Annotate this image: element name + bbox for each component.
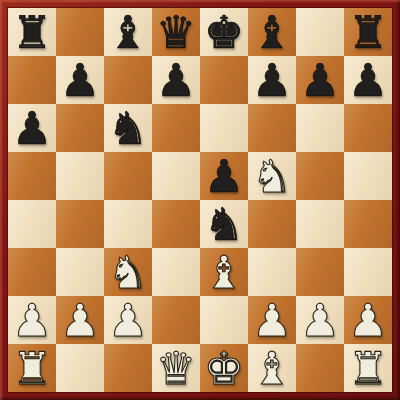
piece-black-pawn[interactable]: ♟	[252, 58, 292, 103]
square-h6[interactable]	[344, 104, 392, 152]
square-h2[interactable]: ♟	[344, 296, 392, 344]
square-b1[interactable]	[56, 344, 104, 392]
square-g4[interactable]	[296, 200, 344, 248]
square-e5[interactable]: ♟	[200, 152, 248, 200]
piece-white-knight[interactable]: ♞	[252, 154, 292, 199]
square-b2[interactable]: ♟	[56, 296, 104, 344]
square-a8[interactable]: ♜	[8, 8, 56, 56]
square-c3[interactable]: ♞	[104, 248, 152, 296]
square-e4[interactable]: ♞	[200, 200, 248, 248]
square-e6[interactable]	[200, 104, 248, 152]
piece-white-bishop[interactable]: ♝	[204, 250, 244, 295]
square-d1[interactable]: ♛	[152, 344, 200, 392]
square-c5[interactable]	[104, 152, 152, 200]
square-f2[interactable]: ♟	[248, 296, 296, 344]
square-f7[interactable]: ♟	[248, 56, 296, 104]
piece-white-pawn[interactable]: ♟	[300, 298, 340, 343]
piece-black-pawn[interactable]: ♟	[60, 58, 100, 103]
square-b7[interactable]: ♟	[56, 56, 104, 104]
square-d5[interactable]	[152, 152, 200, 200]
piece-white-rook[interactable]: ♜	[12, 346, 52, 391]
square-h5[interactable]	[344, 152, 392, 200]
square-b4[interactable]	[56, 200, 104, 248]
piece-white-knight[interactable]: ♞	[108, 250, 148, 295]
piece-white-pawn[interactable]: ♟	[12, 298, 52, 343]
square-d4[interactable]	[152, 200, 200, 248]
piece-white-king[interactable]: ♚	[204, 346, 244, 391]
square-a7[interactable]	[8, 56, 56, 104]
square-d2[interactable]	[152, 296, 200, 344]
square-g6[interactable]	[296, 104, 344, 152]
square-e3[interactable]: ♝	[200, 248, 248, 296]
piece-black-rook[interactable]: ♜	[348, 10, 388, 55]
piece-black-knight[interactable]: ♞	[204, 202, 244, 247]
square-c4[interactable]	[104, 200, 152, 248]
square-c6[interactable]: ♞	[104, 104, 152, 152]
piece-black-pawn[interactable]: ♟	[204, 154, 244, 199]
piece-black-bishop[interactable]: ♝	[108, 10, 148, 55]
chess-board: ♜♝♛♚♝♜♟♟♟♟♟♟♞♟♞♞♞♝♟♟♟♟♟♟♜♛♚♝♜	[8, 8, 392, 392]
square-b6[interactable]	[56, 104, 104, 152]
piece-black-king[interactable]: ♚	[204, 10, 244, 55]
square-f4[interactable]	[248, 200, 296, 248]
square-c8[interactable]: ♝	[104, 8, 152, 56]
piece-black-rook[interactable]: ♜	[12, 10, 52, 55]
piece-black-queen[interactable]: ♛	[156, 10, 196, 55]
square-e2[interactable]	[200, 296, 248, 344]
square-a1[interactable]: ♜	[8, 344, 56, 392]
square-h1[interactable]: ♜	[344, 344, 392, 392]
square-g8[interactable]	[296, 8, 344, 56]
square-g7[interactable]: ♟	[296, 56, 344, 104]
square-b8[interactable]	[56, 8, 104, 56]
square-f8[interactable]: ♝	[248, 8, 296, 56]
square-b3[interactable]	[56, 248, 104, 296]
square-h4[interactable]	[344, 200, 392, 248]
square-d6[interactable]	[152, 104, 200, 152]
square-e8[interactable]: ♚	[200, 8, 248, 56]
board-frame: ♜♝♛♚♝♜♟♟♟♟♟♟♞♟♞♞♞♝♟♟♟♟♟♟♜♛♚♝♜	[0, 0, 400, 400]
piece-black-pawn[interactable]: ♟	[348, 58, 388, 103]
piece-white-rook[interactable]: ♜	[348, 346, 388, 391]
piece-white-queen[interactable]: ♛	[156, 346, 196, 391]
piece-white-pawn[interactable]: ♟	[60, 298, 100, 343]
piece-white-pawn[interactable]: ♟	[108, 298, 148, 343]
square-d3[interactable]	[152, 248, 200, 296]
square-f6[interactable]	[248, 104, 296, 152]
square-a2[interactable]: ♟	[8, 296, 56, 344]
square-f5[interactable]: ♞	[248, 152, 296, 200]
square-b5[interactable]	[56, 152, 104, 200]
piece-white-pawn[interactable]: ♟	[252, 298, 292, 343]
square-f1[interactable]: ♝	[248, 344, 296, 392]
square-h7[interactable]: ♟	[344, 56, 392, 104]
square-e7[interactable]	[200, 56, 248, 104]
piece-black-knight[interactable]: ♞	[108, 106, 148, 151]
square-c2[interactable]: ♟	[104, 296, 152, 344]
square-a6[interactable]: ♟	[8, 104, 56, 152]
square-h8[interactable]: ♜	[344, 8, 392, 56]
square-c1[interactable]	[104, 344, 152, 392]
square-a5[interactable]	[8, 152, 56, 200]
piece-black-pawn[interactable]: ♟	[300, 58, 340, 103]
square-f3[interactable]	[248, 248, 296, 296]
square-e1[interactable]: ♚	[200, 344, 248, 392]
square-d7[interactable]: ♟	[152, 56, 200, 104]
square-g2[interactable]: ♟	[296, 296, 344, 344]
square-a4[interactable]	[8, 200, 56, 248]
square-h3[interactable]	[344, 248, 392, 296]
piece-black-pawn[interactable]: ♟	[156, 58, 196, 103]
square-d8[interactable]: ♛	[152, 8, 200, 56]
piece-white-pawn[interactable]: ♟	[348, 298, 388, 343]
square-g1[interactable]	[296, 344, 344, 392]
square-c7[interactable]	[104, 56, 152, 104]
piece-white-bishop[interactable]: ♝	[252, 346, 292, 391]
piece-black-bishop[interactable]: ♝	[252, 10, 292, 55]
square-g5[interactable]	[296, 152, 344, 200]
square-a3[interactable]	[8, 248, 56, 296]
piece-black-pawn[interactable]: ♟	[12, 106, 52, 151]
square-g3[interactable]	[296, 248, 344, 296]
